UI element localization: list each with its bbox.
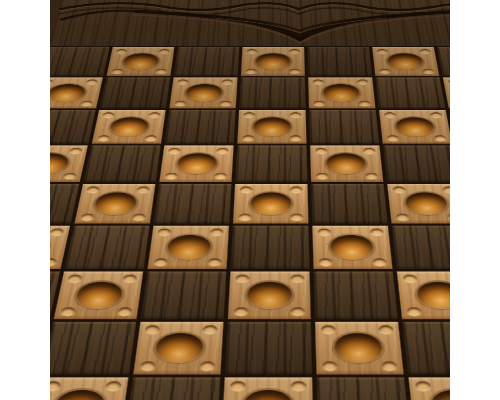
- corner-circle-icon: [116, 49, 128, 54]
- board-square-light[interactable]: [133, 322, 223, 375]
- board-square-dark[interactable]: [317, 377, 411, 400]
- corner-circle-icon: [291, 307, 305, 315]
- corner-circle-icon: [315, 148, 327, 154]
- corner-circle-icon: [153, 258, 167, 266]
- corner-circle-icon: [220, 101, 232, 106]
- corner-circle-icon: [359, 101, 371, 106]
- board-square-light[interactable]: [379, 110, 450, 144]
- board-square-light[interactable]: [50, 77, 103, 108]
- corner-circle-icon: [50, 381, 61, 391]
- piece-recess: [253, 118, 290, 136]
- board-square-dark[interactable]: [383, 145, 450, 181]
- corner-circle-icon: [365, 173, 378, 179]
- corner-circle-icon: [102, 112, 115, 118]
- corner-circle-icon: [97, 135, 110, 141]
- piece-recess: [75, 282, 123, 308]
- board-square-light[interactable]: [387, 184, 450, 224]
- piece-recess: [395, 118, 434, 136]
- board-square-dark[interactable]: [392, 226, 450, 269]
- corner-circle-icon: [238, 214, 251, 221]
- piece-recess: [323, 84, 359, 101]
- piece-recess: [167, 235, 211, 258]
- corner-circle-icon: [50, 80, 54, 85]
- board-square-dark[interactable]: [141, 271, 227, 319]
- corner-circle-icon: [403, 275, 418, 283]
- corner-circle-icon: [319, 258, 333, 266]
- board-square-dark[interactable]: [50, 322, 136, 375]
- corner-circle-icon: [357, 80, 369, 85]
- piece-recess: [405, 193, 448, 214]
- piece-recess: [330, 235, 373, 258]
- board-square-dark[interactable]: [402, 322, 450, 375]
- board-square-dark[interactable]: [50, 47, 110, 76]
- board-square-light[interactable]: [241, 47, 305, 76]
- corner-circle-icon: [318, 229, 331, 236]
- corner-circle-icon: [136, 186, 150, 193]
- corner-circle-icon: [165, 173, 178, 179]
- piece-recess: [52, 390, 106, 400]
- board-square-light[interactable]: [74, 184, 155, 224]
- corner-circle-icon: [234, 307, 249, 315]
- corner-circle-icon: [148, 112, 160, 118]
- board-square-light[interactable]: [312, 226, 392, 269]
- corner-circle-icon: [419, 49, 431, 54]
- board-square-dark[interactable]: [231, 226, 310, 269]
- corner-circle-icon: [434, 135, 447, 141]
- corner-circle-icon: [378, 325, 393, 334]
- corner-circle-icon: [50, 258, 57, 266]
- corner-circle-icon: [290, 112, 302, 118]
- board-square-dark[interactable]: [154, 184, 232, 224]
- piece-recess: [430, 390, 450, 400]
- board-square-light[interactable]: [107, 47, 175, 76]
- board-top-edge: [50, 0, 450, 46]
- corner-circle-icon: [289, 69, 300, 74]
- corner-circle-icon: [140, 361, 156, 370]
- board-square-dark[interactable]: [174, 47, 240, 76]
- board-square-dark[interactable]: [225, 322, 312, 375]
- corner-circle-icon: [245, 69, 256, 74]
- corner-circle-icon: [396, 214, 410, 221]
- corner-circle-icon: [210, 229, 224, 236]
- board-scene: [50, 0, 450, 400]
- corner-circle-icon: [132, 214, 146, 221]
- board-square-dark[interactable]: [239, 77, 305, 108]
- corner-circle-icon: [117, 307, 132, 315]
- corner-circle-icon: [316, 173, 329, 179]
- board-square-light[interactable]: [315, 322, 404, 375]
- corner-circle-icon: [50, 229, 64, 236]
- board-square-light[interactable]: [159, 145, 233, 181]
- corner-circle-icon: [240, 186, 253, 193]
- corner-circle-icon: [214, 173, 227, 179]
- corner-circle-icon: [177, 80, 189, 85]
- corner-circle-icon: [423, 69, 435, 74]
- corner-circle-icon: [290, 135, 302, 141]
- piece-recess: [94, 193, 138, 214]
- corner-circle-icon: [145, 135, 158, 141]
- board-square-dark[interactable]: [235, 145, 307, 181]
- board-square-light[interactable]: [308, 77, 375, 108]
- corner-circle-icon: [447, 214, 450, 221]
- corner-circle-icon: [174, 101, 186, 106]
- corner-circle-icon: [157, 229, 171, 236]
- corner-circle-icon: [373, 258, 387, 266]
- corner-circle-icon: [415, 381, 431, 391]
- screenshot: [0, 0, 500, 400]
- corner-circle-icon: [291, 381, 306, 391]
- corner-circle-icon: [69, 148, 82, 154]
- piece-recess: [387, 54, 423, 70]
- piece-recess: [50, 84, 87, 101]
- corner-circle-icon: [290, 214, 303, 221]
- corner-circle-icon: [243, 112, 255, 118]
- board-square-light[interactable]: [228, 271, 311, 319]
- corner-circle-icon: [379, 69, 391, 74]
- board-square-dark[interactable]: [314, 271, 398, 319]
- board-square-light[interactable]: [222, 377, 314, 400]
- corner-circle-icon: [145, 325, 161, 334]
- corner-circle-icon: [387, 135, 400, 141]
- corner-circle-icon: [246, 49, 257, 54]
- corner-circle-icon: [381, 361, 397, 370]
- piece-recess: [123, 54, 160, 70]
- board-square-dark[interactable]: [311, 184, 387, 224]
- piece-recess: [177, 154, 217, 174]
- board-square-dark[interactable]: [307, 47, 372, 76]
- corner-circle-icon: [370, 229, 384, 236]
- corner-circle-icon: [377, 49, 388, 54]
- corner-circle-icon: [200, 361, 216, 370]
- board-square-light[interactable]: [54, 271, 143, 319]
- board-photo: [50, 0, 450, 400]
- corner-circle-icon: [322, 361, 337, 370]
- board-square-light[interactable]: [237, 110, 306, 144]
- corner-circle-icon: [60, 307, 76, 315]
- board-square-dark[interactable]: [84, 145, 161, 181]
- corner-circle-icon: [406, 307, 421, 315]
- carved-ornament-icon: [50, 0, 450, 46]
- board-square-dark[interactable]: [50, 110, 96, 144]
- piece-recess: [326, 154, 366, 174]
- corner-circle-icon: [242, 135, 254, 141]
- board-square-dark[interactable]: [437, 47, 450, 76]
- board-square-light[interactable]: [408, 377, 450, 400]
- piece-recess: [109, 118, 149, 136]
- piece-recess: [416, 282, 450, 308]
- piece-recess: [335, 333, 383, 361]
- board-square-light[interactable]: [233, 184, 308, 224]
- board-square-light[interactable]: [148, 226, 229, 269]
- piece-recess: [247, 282, 291, 308]
- board-grid[interactable]: [50, 46, 450, 400]
- corner-circle-icon: [80, 214, 94, 221]
- corner-circle-icon: [363, 148, 376, 154]
- board-square-light[interactable]: [50, 377, 128, 400]
- corner-circle-icon: [230, 381, 246, 391]
- corner-circle-icon: [313, 80, 324, 85]
- corner-circle-icon: [202, 325, 217, 334]
- board-square-dark[interactable]: [309, 110, 379, 144]
- board-square-dark[interactable]: [65, 226, 150, 269]
- board-square-dark[interactable]: [99, 77, 170, 108]
- piece-recess: [50, 154, 70, 174]
- corner-circle-icon: [67, 275, 82, 283]
- corner-circle-icon: [430, 112, 443, 118]
- board-square-light[interactable]: [92, 110, 166, 144]
- piece-recess: [185, 84, 222, 101]
- board-square-light[interactable]: [50, 145, 88, 181]
- piece-recess: [155, 333, 204, 361]
- corner-circle-icon: [235, 275, 249, 283]
- corner-circle-icon: [81, 101, 94, 106]
- corner-circle-icon: [313, 101, 325, 106]
- piece-recess: [256, 54, 290, 70]
- corner-circle-icon: [155, 69, 167, 74]
- corner-circle-icon: [442, 186, 450, 193]
- board-square-light[interactable]: [372, 47, 439, 76]
- board-square-dark[interactable]: [125, 377, 220, 400]
- corner-circle-icon: [86, 80, 98, 85]
- corner-circle-icon: [105, 381, 122, 391]
- corner-circle-icon: [290, 186, 303, 193]
- corner-circle-icon: [111, 69, 123, 74]
- corner-circle-icon: [448, 80, 450, 85]
- corner-circle-icon: [290, 275, 304, 283]
- corner-circle-icon: [208, 258, 222, 266]
- piece-recess: [251, 193, 291, 214]
- corner-circle-icon: [158, 49, 169, 54]
- checkers-board[interactable]: [50, 0, 450, 400]
- corner-circle-icon: [289, 49, 300, 54]
- corner-circle-icon: [216, 148, 228, 154]
- board-square-dark[interactable]: [165, 110, 236, 144]
- corner-circle-icon: [122, 275, 137, 283]
- corner-circle-icon: [321, 325, 336, 334]
- corner-circle-icon: [222, 80, 233, 85]
- corner-circle-icon: [384, 112, 396, 118]
- board-square-light[interactable]: [397, 271, 450, 319]
- piece-recess: [243, 390, 292, 400]
- board-square-dark[interactable]: [376, 77, 446, 108]
- corner-circle-icon: [392, 186, 405, 193]
- board-square-light[interactable]: [169, 77, 237, 108]
- corner-circle-icon: [63, 173, 77, 179]
- corner-circle-icon: [168, 148, 181, 154]
- corner-circle-icon: [86, 186, 100, 193]
- board-square-light[interactable]: [310, 145, 383, 181]
